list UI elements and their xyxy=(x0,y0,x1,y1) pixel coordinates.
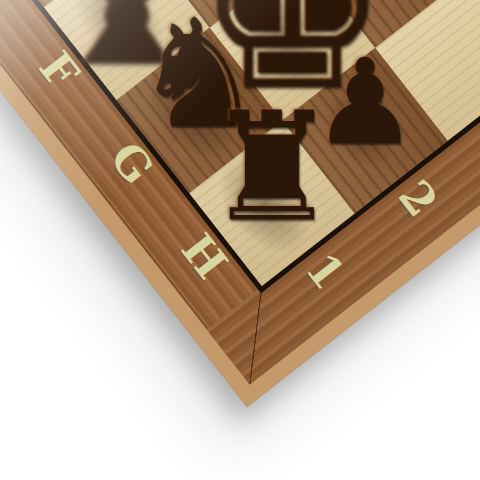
chessboard-photo: FGH12 ♝♞♚♜♟ xyxy=(0,0,480,480)
rook-glyph-icon: ♜ xyxy=(205,92,339,242)
chess-board: FGH12 ♝♞♚♜♟ xyxy=(0,0,480,407)
